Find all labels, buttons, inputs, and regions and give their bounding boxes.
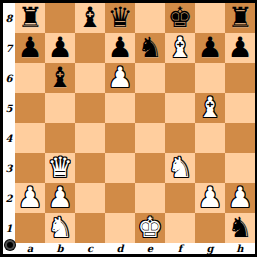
square-d7[interactable]: ♟ [105,33,135,63]
square-c7[interactable] [75,33,105,63]
square-g7[interactable]: ♟ [195,33,225,63]
square-g1[interactable] [195,213,225,243]
square-b7[interactable]: ♟ [45,33,75,63]
square-a3[interactable] [15,153,45,183]
square-a2[interactable]: ♟ [15,183,45,213]
square-h6[interactable] [225,63,255,93]
black-pawn-b7[interactable]: ♟ [47,34,72,62]
square-f4[interactable] [165,123,195,153]
file-label-h: h [225,243,255,254]
black-rook-a8[interactable]: ♜ [17,4,42,32]
square-h3[interactable] [225,153,255,183]
square-f2[interactable] [165,183,195,213]
square-h1[interactable]: ♞ [225,213,255,243]
black-pawn-a7[interactable]: ♟ [17,34,42,62]
file-label-b: b [45,243,75,254]
square-e5[interactable] [135,93,165,123]
square-a6[interactable] [15,63,45,93]
square-g3[interactable] [195,153,225,183]
black-knight-h1[interactable]: ♞ [227,214,252,242]
rank-label-3: 3 [3,153,15,183]
square-f1[interactable] [165,213,195,243]
square-c4[interactable] [75,123,105,153]
chess-board: ♜♝♛♚♜♟♟♟♞♝♟♟♝♟♝♛♞♟♟♟♟♞♚♞ [15,3,255,243]
black-to-move-indicator [5,240,15,250]
square-f7[interactable]: ♝ [165,33,195,63]
square-g2[interactable]: ♟ [195,183,225,213]
square-b1[interactable]: ♞ [45,213,75,243]
square-a7[interactable]: ♟ [15,33,45,63]
black-pawn-d7[interactable]: ♟ [107,34,132,62]
rank-label-5: 5 [3,93,15,123]
square-h5[interactable] [225,93,255,123]
square-g5[interactable]: ♝ [195,93,225,123]
square-d6[interactable]: ♟ [105,63,135,93]
square-g8[interactable] [195,3,225,33]
square-b8[interactable] [45,3,75,33]
square-c1[interactable] [75,213,105,243]
square-c8[interactable]: ♝ [75,3,105,33]
square-d5[interactable] [105,93,135,123]
white-bishop-f7[interactable]: ♝ [167,34,192,62]
square-e1[interactable]: ♚ [135,213,165,243]
square-c6[interactable] [75,63,105,93]
square-c3[interactable] [75,153,105,183]
rank-label-2: 2 [3,183,15,213]
white-pawn-a2[interactable]: ♟ [17,184,42,212]
white-knight-f3[interactable]: ♞ [167,154,192,182]
square-e6[interactable] [135,63,165,93]
square-c2[interactable] [75,183,105,213]
rank-label-6: 6 [3,63,15,93]
square-b6[interactable]: ♝ [45,63,75,93]
file-label-a: a [15,243,45,254]
black-pawn-h7[interactable]: ♟ [227,34,252,62]
square-f8[interactable]: ♚ [165,3,195,33]
square-f5[interactable] [165,93,195,123]
file-label-e: e [135,243,165,254]
square-h7[interactable]: ♟ [225,33,255,63]
square-g4[interactable] [195,123,225,153]
black-pawn-g7[interactable]: ♟ [197,34,222,62]
black-bishop-b6[interactable]: ♝ [47,64,72,92]
file-label-c: c [75,243,105,254]
square-f3[interactable]: ♞ [165,153,195,183]
rank-label-1: 1 [3,213,15,243]
black-knight-e7[interactable]: ♞ [137,34,162,62]
square-a5[interactable] [15,93,45,123]
square-a1[interactable] [15,213,45,243]
white-pawn-d6[interactable]: ♟ [107,64,132,92]
square-g6[interactable] [195,63,225,93]
file-strip: abcdefgh [3,243,255,254]
square-b3[interactable]: ♛ [45,153,75,183]
square-e4[interactable] [135,123,165,153]
square-f6[interactable] [165,63,195,93]
white-king-e1[interactable]: ♚ [137,214,162,242]
square-d1[interactable] [105,213,135,243]
white-pawn-b2[interactable]: ♟ [47,184,72,212]
white-bishop-g5[interactable]: ♝ [197,94,222,122]
rank-label-4: 4 [3,123,15,153]
file-labels: abcdefgh [15,243,255,254]
square-a4[interactable] [15,123,45,153]
rank-labels: 87654321 [3,3,15,243]
square-a8[interactable]: ♜ [15,3,45,33]
rank-label-7: 7 [3,33,15,63]
square-b5[interactable] [45,93,75,123]
black-bishop-c8[interactable]: ♝ [77,4,102,32]
black-rook-h8[interactable]: ♜ [227,4,252,32]
square-h4[interactable] [225,123,255,153]
black-queen-d8[interactable]: ♛ [107,4,132,32]
white-queen-b3[interactable]: ♛ [47,154,72,182]
square-h8[interactable]: ♜ [225,3,255,33]
square-e7[interactable]: ♞ [135,33,165,63]
square-c5[interactable] [75,93,105,123]
square-e2[interactable] [135,183,165,213]
white-pawn-h2[interactable]: ♟ [227,184,252,212]
file-label-f: f [165,243,195,254]
rank-label-8: 8 [3,3,15,33]
square-e8[interactable] [135,3,165,33]
square-b4[interactable] [45,123,75,153]
white-pawn-g2[interactable]: ♟ [197,184,222,212]
chess-diagram: 87654321 ♜♝♛♚♜♟♟♟♞♝♟♟♝♟♝♛♞♟♟♟♟♞♚♞ abcdef… [0,0,257,257]
square-b2[interactable]: ♟ [45,183,75,213]
square-e3[interactable] [135,153,165,183]
square-d3[interactable] [105,153,135,183]
square-d2[interactable] [105,183,135,213]
file-label-d: d [105,243,135,254]
square-d8[interactable]: ♛ [105,3,135,33]
square-d4[interactable] [105,123,135,153]
file-label-g: g [195,243,225,254]
white-knight-b1[interactable]: ♞ [47,214,72,242]
black-king-f8[interactable]: ♚ [167,4,192,32]
square-h2[interactable]: ♟ [225,183,255,213]
